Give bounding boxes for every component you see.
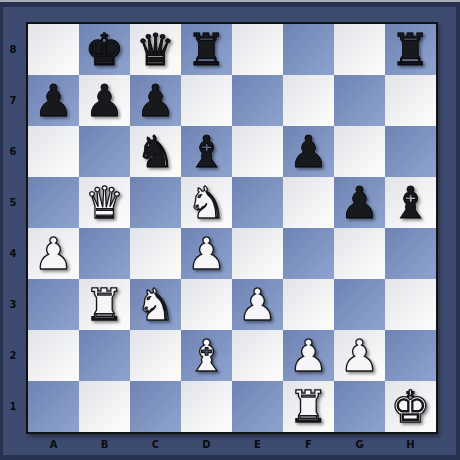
square-f8[interactable] (283, 24, 334, 75)
white-rook-piece[interactable]: ♜ (289, 381, 328, 432)
file-labels: ABCDEFGH (28, 434, 436, 454)
black-pawn-piece[interactable]: ♟ (289, 126, 328, 177)
square-c6[interactable]: ♞ (130, 126, 181, 177)
white-pawn-piece[interactable]: ♟ (34, 228, 73, 279)
square-c5[interactable] (130, 177, 181, 228)
black-knight-piece[interactable]: ♞ (136, 126, 175, 177)
square-g1[interactable] (334, 381, 385, 432)
rank-label-6: 6 (0, 126, 26, 177)
black-rook-piece[interactable]: ♜ (391, 24, 430, 75)
square-c7[interactable]: ♟ (130, 75, 181, 126)
square-b1[interactable] (79, 381, 130, 432)
white-knight-piece[interactable]: ♞ (136, 279, 175, 330)
rank-label-3: 3 (0, 279, 26, 330)
square-c8[interactable]: ♛ (130, 24, 181, 75)
square-f1[interactable]: ♜ (283, 381, 334, 432)
square-e5[interactable] (232, 177, 283, 228)
rank-label-5: 5 (0, 177, 26, 228)
white-pawn-piece[interactable]: ♟ (187, 228, 226, 279)
black-pawn-piece[interactable]: ♟ (34, 75, 73, 126)
black-pawn-piece[interactable]: ♟ (85, 75, 124, 126)
square-c1[interactable] (130, 381, 181, 432)
file-label-h: H (385, 434, 436, 454)
square-c3[interactable]: ♞ (130, 279, 181, 330)
square-e1[interactable] (232, 381, 283, 432)
rank-label-7: 7 (0, 75, 26, 126)
square-f2[interactable]: ♟ (283, 330, 334, 381)
square-e7[interactable] (232, 75, 283, 126)
chess-board: ♚♛♜♜♟♟♟♞♝♟♛♞♟♝♟♟♜♞♟♝♟♟♜♚ (26, 22, 438, 434)
square-f3[interactable] (283, 279, 334, 330)
square-h7[interactable] (385, 75, 436, 126)
black-bishop-piece[interactable]: ♝ (391, 177, 430, 228)
square-e6[interactable] (232, 126, 283, 177)
file-label-f: F (283, 434, 334, 454)
square-e8[interactable] (232, 24, 283, 75)
square-a7[interactable]: ♟ (28, 75, 79, 126)
square-g6[interactable] (334, 126, 385, 177)
square-b5[interactable]: ♛ (79, 177, 130, 228)
board-frame: 87654321 ♚♛♜♜♟♟♟♞♝♟♛♞♟♝♟♟♜♞♟♝♟♟♜♚ ABCDEF… (0, 0, 460, 460)
square-d7[interactable] (181, 75, 232, 126)
square-h4[interactable] (385, 228, 436, 279)
square-h8[interactable]: ♜ (385, 24, 436, 75)
white-rook-piece[interactable]: ♜ (85, 279, 124, 330)
square-b4[interactable] (79, 228, 130, 279)
rank-label-8: 8 (0, 24, 26, 75)
black-queen-piece[interactable]: ♛ (136, 24, 175, 75)
black-rook-piece[interactable]: ♜ (187, 24, 226, 75)
square-g2[interactable]: ♟ (334, 330, 385, 381)
square-d5[interactable]: ♞ (181, 177, 232, 228)
square-b3[interactable]: ♜ (79, 279, 130, 330)
square-a2[interactable] (28, 330, 79, 381)
file-label-b: B (79, 434, 130, 454)
square-a1[interactable] (28, 381, 79, 432)
rank-label-4: 4 (0, 228, 26, 279)
square-h1[interactable]: ♚ (385, 381, 436, 432)
rank-labels: 87654321 (0, 24, 26, 432)
square-d8[interactable]: ♜ (181, 24, 232, 75)
file-label-d: D (181, 434, 232, 454)
square-a4[interactable]: ♟ (28, 228, 79, 279)
square-a3[interactable] (28, 279, 79, 330)
file-label-c: C (130, 434, 181, 454)
white-bishop-piece[interactable]: ♝ (187, 330, 226, 381)
black-pawn-piece[interactable]: ♟ (136, 75, 175, 126)
white-knight-piece[interactable]: ♞ (187, 177, 226, 228)
square-c4[interactable] (130, 228, 181, 279)
square-g7[interactable] (334, 75, 385, 126)
square-a8[interactable] (28, 24, 79, 75)
black-pawn-piece[interactable]: ♟ (340, 177, 379, 228)
square-a5[interactable] (28, 177, 79, 228)
square-h2[interactable] (385, 330, 436, 381)
square-f5[interactable] (283, 177, 334, 228)
square-f7[interactable] (283, 75, 334, 126)
black-bishop-piece[interactable]: ♝ (187, 126, 226, 177)
white-queen-piece[interactable]: ♛ (85, 177, 124, 228)
file-label-a: A (28, 434, 79, 454)
square-g3[interactable] (334, 279, 385, 330)
rank-label-2: 2 (0, 330, 26, 381)
black-king-piece[interactable]: ♚ (85, 24, 124, 75)
square-e2[interactable] (232, 330, 283, 381)
square-d1[interactable] (181, 381, 232, 432)
rank-label-1: 1 (0, 381, 26, 432)
square-a6[interactable] (28, 126, 79, 177)
square-f4[interactable] (283, 228, 334, 279)
file-label-e: E (232, 434, 283, 454)
square-b7[interactable]: ♟ (79, 75, 130, 126)
square-e4[interactable] (232, 228, 283, 279)
square-h5[interactable]: ♝ (385, 177, 436, 228)
square-f6[interactable]: ♟ (283, 126, 334, 177)
square-d3[interactable] (181, 279, 232, 330)
white-king-piece[interactable]: ♚ (391, 381, 430, 432)
square-e3[interactable]: ♟ (232, 279, 283, 330)
square-b6[interactable] (79, 126, 130, 177)
white-pawn-piece[interactable]: ♟ (340, 330, 379, 381)
square-h3[interactable] (385, 279, 436, 330)
file-label-g: G (334, 434, 385, 454)
white-pawn-piece[interactable]: ♟ (238, 279, 277, 330)
square-h6[interactable] (385, 126, 436, 177)
square-g4[interactable] (334, 228, 385, 279)
square-c2[interactable] (130, 330, 181, 381)
square-g8[interactable] (334, 24, 385, 75)
square-g5[interactable]: ♟ (334, 177, 385, 228)
square-b8[interactable]: ♚ (79, 24, 130, 75)
white-pawn-piece[interactable]: ♟ (289, 330, 328, 381)
square-b2[interactable] (79, 330, 130, 381)
square-d4[interactable]: ♟ (181, 228, 232, 279)
square-d6[interactable]: ♝ (181, 126, 232, 177)
square-d2[interactable]: ♝ (181, 330, 232, 381)
